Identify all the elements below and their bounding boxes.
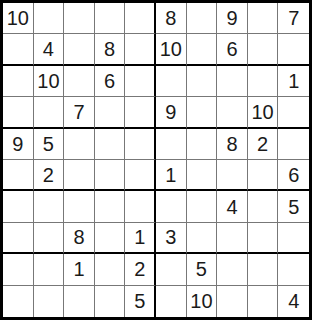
cell-r6c9[interactable] bbox=[248, 160, 279, 191]
cell-r3c4: 6 bbox=[95, 66, 126, 97]
cell-r6c3[interactable] bbox=[64, 160, 95, 191]
cell-r3c3[interactable] bbox=[64, 66, 95, 97]
cell-r7c5[interactable] bbox=[125, 191, 156, 222]
cell-r1c5[interactable] bbox=[125, 3, 156, 34]
cell-r1c8: 9 bbox=[217, 3, 248, 34]
cell-r1c2[interactable] bbox=[34, 3, 65, 34]
cell-r9c8[interactable] bbox=[217, 254, 248, 285]
cell-r7c4[interactable] bbox=[95, 191, 126, 222]
cell-r4c6: 9 bbox=[156, 97, 187, 128]
cell-r9c3: 1 bbox=[64, 254, 95, 285]
cell-r9c6[interactable] bbox=[156, 254, 187, 285]
cell-r2c8: 6 bbox=[217, 34, 248, 65]
cell-r8c3: 8 bbox=[64, 223, 95, 254]
cell-r8c5: 1 bbox=[125, 223, 156, 254]
cell-r3c1[interactable] bbox=[3, 66, 34, 97]
cell-r5c9: 2 bbox=[248, 129, 279, 160]
cell-r2c7[interactable] bbox=[187, 34, 218, 65]
cell-r1c6: 8 bbox=[156, 3, 187, 34]
cell-r8c2[interactable] bbox=[34, 223, 65, 254]
cell-r6c4[interactable] bbox=[95, 160, 126, 191]
cell-r4c10[interactable] bbox=[278, 97, 309, 128]
cell-r5c5[interactable] bbox=[125, 129, 156, 160]
cell-r10c4[interactable] bbox=[95, 286, 126, 317]
cell-r1c3[interactable] bbox=[64, 3, 95, 34]
cell-r9c2[interactable] bbox=[34, 254, 65, 285]
cell-r7c1[interactable] bbox=[3, 191, 34, 222]
cell-r10c1[interactable] bbox=[3, 286, 34, 317]
cell-r1c9[interactable] bbox=[248, 3, 279, 34]
cell-r7c2[interactable] bbox=[34, 191, 65, 222]
cell-r2c6: 10 bbox=[156, 34, 187, 65]
cell-r6c8[interactable] bbox=[217, 160, 248, 191]
cell-r1c4[interactable] bbox=[95, 3, 126, 34]
cell-r8c4[interactable] bbox=[95, 223, 126, 254]
cell-r2c1[interactable] bbox=[3, 34, 34, 65]
cell-r6c10: 6 bbox=[278, 160, 309, 191]
cell-r1c1: 10 bbox=[3, 3, 34, 34]
cell-r4c3: 7 bbox=[64, 97, 95, 128]
cell-r4c9: 10 bbox=[248, 97, 279, 128]
cell-r7c7[interactable] bbox=[187, 191, 218, 222]
cell-r5c1: 9 bbox=[3, 129, 34, 160]
cell-r2c5[interactable] bbox=[125, 34, 156, 65]
cell-r10c2[interactable] bbox=[34, 286, 65, 317]
cell-r3c7[interactable] bbox=[187, 66, 218, 97]
cell-r4c4[interactable] bbox=[95, 97, 126, 128]
cell-r3c6[interactable] bbox=[156, 66, 187, 97]
cell-r7c10: 5 bbox=[278, 191, 309, 222]
cell-r5c4[interactable] bbox=[95, 129, 126, 160]
cell-r5c8: 8 bbox=[217, 129, 248, 160]
cell-r2c3[interactable] bbox=[64, 34, 95, 65]
cell-r3c5[interactable] bbox=[125, 66, 156, 97]
cell-r8c6: 3 bbox=[156, 223, 187, 254]
cell-r5c3[interactable] bbox=[64, 129, 95, 160]
cell-r2c9[interactable] bbox=[248, 34, 279, 65]
cell-r4c1[interactable] bbox=[3, 97, 34, 128]
cell-r8c10[interactable] bbox=[278, 223, 309, 254]
cell-r10c5: 5 bbox=[125, 286, 156, 317]
cell-r1c10: 7 bbox=[278, 3, 309, 34]
cell-r9c5: 2 bbox=[125, 254, 156, 285]
cell-r9c7: 5 bbox=[187, 254, 218, 285]
cell-r10c8[interactable] bbox=[217, 286, 248, 317]
cell-r6c7[interactable] bbox=[187, 160, 218, 191]
cell-r2c10[interactable] bbox=[278, 34, 309, 65]
cell-r10c10: 4 bbox=[278, 286, 309, 317]
cell-r8c9[interactable] bbox=[248, 223, 279, 254]
cell-r2c2: 4 bbox=[34, 34, 65, 65]
cell-r8c7[interactable] bbox=[187, 223, 218, 254]
cell-r6c2: 2 bbox=[34, 160, 65, 191]
sudoku-board: 1089748106106179109582216458131255104 bbox=[0, 0, 312, 320]
cell-r2c4: 8 bbox=[95, 34, 126, 65]
cell-r6c5[interactable] bbox=[125, 160, 156, 191]
cell-r3c8[interactable] bbox=[217, 66, 248, 97]
cell-r8c1[interactable] bbox=[3, 223, 34, 254]
cell-r5c2: 5 bbox=[34, 129, 65, 160]
cell-r4c7[interactable] bbox=[187, 97, 218, 128]
cell-r5c10[interactable] bbox=[278, 129, 309, 160]
cell-r3c2: 10 bbox=[34, 66, 65, 97]
cell-r4c2[interactable] bbox=[34, 97, 65, 128]
cell-r10c7: 10 bbox=[187, 286, 218, 317]
cell-r7c8: 4 bbox=[217, 191, 248, 222]
cell-r10c9[interactable] bbox=[248, 286, 279, 317]
cell-r9c4[interactable] bbox=[95, 254, 126, 285]
cell-r9c1[interactable] bbox=[3, 254, 34, 285]
cell-r4c5[interactable] bbox=[125, 97, 156, 128]
cell-r7c6[interactable] bbox=[156, 191, 187, 222]
cell-r10c6[interactable] bbox=[156, 286, 187, 317]
cell-r3c10: 1 bbox=[278, 66, 309, 97]
cell-r9c10[interactable] bbox=[278, 254, 309, 285]
cell-r5c6[interactable] bbox=[156, 129, 187, 160]
cell-r3c9[interactable] bbox=[248, 66, 279, 97]
cell-r7c3[interactable] bbox=[64, 191, 95, 222]
cell-r7c9[interactable] bbox=[248, 191, 279, 222]
cell-r8c8[interactable] bbox=[217, 223, 248, 254]
cell-r9c9[interactable] bbox=[248, 254, 279, 285]
cell-r6c1[interactable] bbox=[3, 160, 34, 191]
cell-r1c7[interactable] bbox=[187, 3, 218, 34]
cell-r5c7[interactable] bbox=[187, 129, 218, 160]
cell-r4c8[interactable] bbox=[217, 97, 248, 128]
cell-r6c6: 1 bbox=[156, 160, 187, 191]
cell-r10c3[interactable] bbox=[64, 286, 95, 317]
